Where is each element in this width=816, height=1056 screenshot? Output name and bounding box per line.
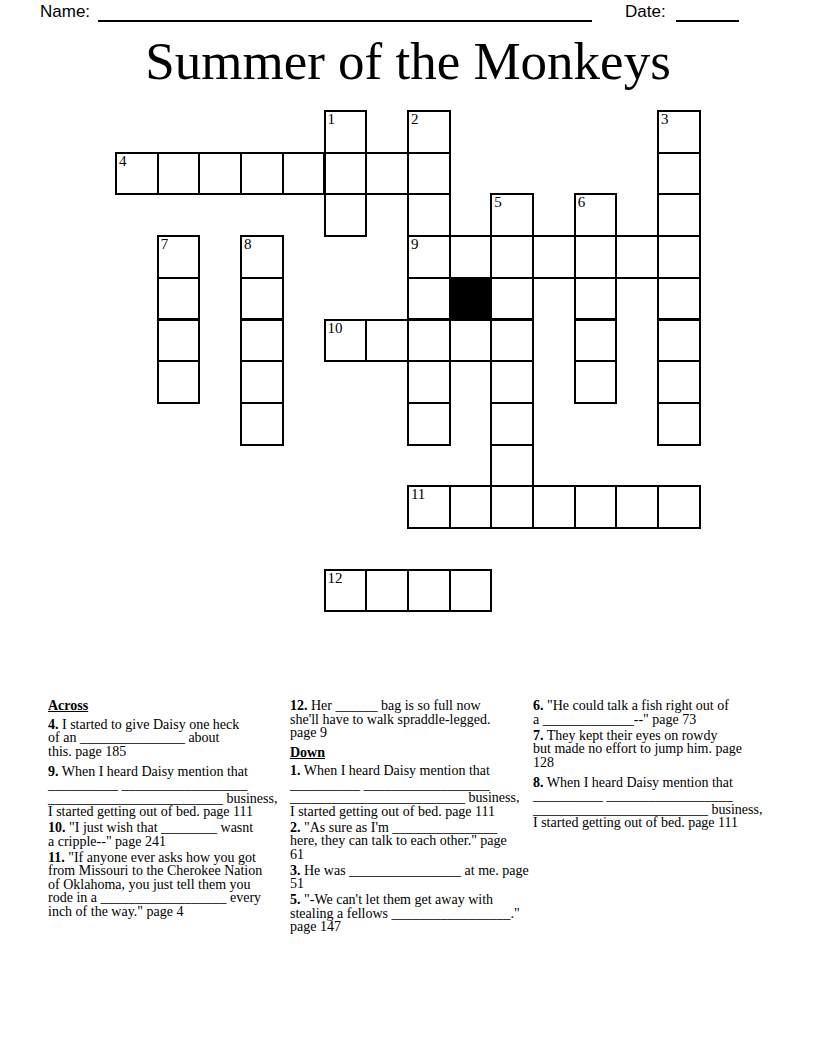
clue-line: 9. When I heard Daisy mention that xyxy=(48,765,288,779)
clue-1: 1. When I heard Daisy mention that______… xyxy=(290,764,534,818)
grid-cell[interactable] xyxy=(324,152,368,196)
clue-line: _________________________ business, xyxy=(48,792,288,806)
grid-cell[interactable] xyxy=(657,235,701,279)
grid-cell[interactable] xyxy=(615,235,659,279)
page-title: Summer of the Monkeys xyxy=(0,33,816,89)
grid-cell[interactable] xyxy=(574,235,618,279)
clue-2: 2. "As sure as I'm _______________here, … xyxy=(290,821,534,862)
clue-line: __________ __________________ xyxy=(533,789,773,803)
clue-number: 10 xyxy=(328,320,343,336)
clue-6: 6. "He could talk a fish right out ofa _… xyxy=(533,699,773,726)
clue-line: 12. Her ______ bag is so full now xyxy=(290,699,534,713)
grid-cell[interactable] xyxy=(532,485,576,529)
clue-line: a _____________--" page 73 xyxy=(533,713,773,727)
clue-line: 4. I started to give Daisy one heck xyxy=(48,718,288,732)
clue-line: stealing a fellows _________________." xyxy=(290,907,534,921)
grid-cell[interactable] xyxy=(657,152,701,196)
clue-line: a cripple--" page 241 xyxy=(48,835,288,849)
clue-line: _________________________ business, xyxy=(290,791,534,805)
clue-number: 8 xyxy=(244,236,252,252)
grid-cell[interactable]: 9 xyxy=(407,235,451,279)
clues-column-1: Across4. I started to give Daisy one hec… xyxy=(48,699,288,921)
grid-cell[interactable]: 11 xyxy=(407,485,451,529)
grid-cell[interactable] xyxy=(657,193,701,237)
grid-cell[interactable]: 4 xyxy=(115,152,159,196)
grid-cell[interactable] xyxy=(198,152,242,196)
grid-cell[interactable] xyxy=(657,485,701,529)
clue-line: of Oklahoma, you just tell them you xyxy=(48,878,288,892)
clue-line: here, they can talk to each other." page xyxy=(290,834,534,848)
clue-line: 11. "If anyone ever asks how you got xyxy=(48,851,288,865)
grid-cell[interactable] xyxy=(365,319,409,363)
clue-line: from Missouri to the Cherokee Nation xyxy=(48,864,288,878)
name-blank-line xyxy=(98,3,592,22)
clue-number: 5 xyxy=(494,194,502,210)
grid-cell[interactable]: 10 xyxy=(324,319,368,363)
clue-line: __________ __________________ xyxy=(48,778,288,792)
clue-number: 6 xyxy=(578,194,586,210)
down-header: Down xyxy=(290,746,534,760)
grid-cell[interactable] xyxy=(490,277,534,321)
grid-cell[interactable] xyxy=(657,402,701,446)
clues-column-3: 6. "He could talk a fish right out ofa _… xyxy=(533,699,773,832)
clue-line: inch of the way." page 4 xyxy=(48,905,288,919)
date-label: Date: xyxy=(625,3,666,21)
clue-7: 7. They kept their eyes on rowdybut made… xyxy=(533,729,773,770)
grid-cell[interactable] xyxy=(449,235,493,279)
grid-cell[interactable] xyxy=(282,152,326,196)
grid-cell[interactable] xyxy=(407,402,451,446)
clue-line: I started getting out of bed. page 111 xyxy=(48,805,288,819)
grid-cell[interactable] xyxy=(365,569,409,613)
grid-cell[interactable] xyxy=(407,277,451,321)
clue-line: 5. "-We can't let them get away with xyxy=(290,893,534,907)
grid-cell[interactable] xyxy=(449,569,493,613)
clue-number: 12 xyxy=(328,570,343,586)
clue-line: 2. "As sure as I'm _______________ xyxy=(290,821,534,835)
grid-cell[interactable] xyxy=(490,485,534,529)
clue-line: I started getting out of bed. page 111 xyxy=(533,816,773,830)
grid-cell[interactable] xyxy=(490,235,534,279)
clue-number: 2 xyxy=(411,111,419,127)
grid-cell[interactable] xyxy=(449,485,493,529)
clue-line: _________________________ business, xyxy=(533,803,773,817)
clue-line: __________ __________________ xyxy=(290,778,534,792)
clue-line: 8. When I heard Daisy mention that xyxy=(533,776,773,790)
grid-cell[interactable] xyxy=(157,360,201,404)
clue-line: but made no effort to jump him. page xyxy=(533,742,773,756)
grid-cell[interactable] xyxy=(407,360,451,404)
grid-cell[interactable] xyxy=(157,277,201,321)
grid-cell[interactable] xyxy=(490,444,534,488)
clue-5: 5. "-We can't let them get away withstea… xyxy=(290,893,534,934)
clue-line: 10. "I just wish that ________ wasnt xyxy=(48,821,288,835)
grid-cell[interactable]: 3 xyxy=(657,110,701,154)
worksheet-page: Name: Date: Summer of the Monkeys 123456… xyxy=(0,0,816,1056)
grid-cell[interactable] xyxy=(407,193,451,237)
grid-cell[interactable] xyxy=(490,360,534,404)
clue-9: 9. When I heard Daisy mention that______… xyxy=(48,765,288,819)
clue-number: 9 xyxy=(411,236,419,252)
clue-number: 11 xyxy=(411,486,425,502)
clue-line: 3. He was ________________ at me. page xyxy=(290,864,534,878)
clue-12: 12. Her ______ bag is so full nowshe'll … xyxy=(290,699,534,740)
clue-line: 1. When I heard Daisy mention that xyxy=(290,764,534,778)
grid-cell[interactable]: 6 xyxy=(574,193,618,237)
grid-cell[interactable] xyxy=(240,277,284,321)
clue-line: 51 xyxy=(290,877,534,891)
clue-line: 61 xyxy=(290,848,534,862)
grid-cell[interactable] xyxy=(657,277,701,321)
grid-cell[interactable] xyxy=(574,319,618,363)
clue-4: 4. I started to give Daisy one heckof an… xyxy=(48,718,288,759)
clue-line: of an _______________ about xyxy=(48,731,288,745)
grid-cell[interactable] xyxy=(157,152,201,196)
across-header: Across xyxy=(48,699,288,713)
clues-column-2: 12. Her ______ bag is so full nowshe'll … xyxy=(290,699,534,936)
grid-cell[interactable] xyxy=(240,402,284,446)
clue-line: this. page 185 xyxy=(48,745,288,759)
grid-cell[interactable] xyxy=(449,319,493,363)
grid-cell[interactable] xyxy=(574,485,618,529)
clue-11: 11. "If anyone ever asks how you gotfrom… xyxy=(48,851,288,919)
clue-line: she'll have to walk spraddle-legged. xyxy=(290,713,534,727)
clue-line: 128 xyxy=(533,756,773,770)
date-blank-line xyxy=(676,3,739,22)
clue-line: I started getting out of bed. page 111 xyxy=(290,805,534,819)
black-cell xyxy=(449,277,493,321)
clue-10: 10. "I just wish that ________ wasnta cr… xyxy=(48,821,288,848)
grid-cell[interactable] xyxy=(240,319,284,363)
clue-line: page 147 xyxy=(290,920,534,934)
grid-cell[interactable]: 12 xyxy=(324,569,368,613)
grid-cell[interactable] xyxy=(157,319,201,363)
grid-cell[interactable] xyxy=(490,319,534,363)
crossword-grid: 123456789101112 xyxy=(115,110,701,612)
grid-cell[interactable] xyxy=(240,152,284,196)
grid-cell[interactable]: 5 xyxy=(490,193,534,237)
grid-cell[interactable] xyxy=(407,569,451,613)
clue-number: 1 xyxy=(328,111,336,127)
grid-cell[interactable] xyxy=(615,485,659,529)
grid-cell[interactable]: 7 xyxy=(157,235,201,279)
grid-cell[interactable] xyxy=(240,360,284,404)
clue-3: 3. He was ________________ at me. page51 xyxy=(290,864,534,891)
grid-cell[interactable] xyxy=(407,319,451,363)
grid-cell[interactable] xyxy=(657,360,701,404)
grid-cell[interactable] xyxy=(574,277,618,321)
clue-line: rode in a __________________ every xyxy=(48,891,288,905)
clue-8: 8. When I heard Daisy mention that______… xyxy=(533,776,773,830)
clue-number: 4 xyxy=(119,153,127,169)
clue-line: page 9 xyxy=(290,726,534,740)
clue-number: 7 xyxy=(161,236,169,252)
name-label: Name: xyxy=(40,3,90,21)
grid-cell[interactable] xyxy=(324,193,368,237)
clue-line: 6. "He could talk a fish right out of xyxy=(533,699,773,713)
clue-line: 7. They kept their eyes on rowdy xyxy=(533,729,773,743)
grid-cell[interactable]: 8 xyxy=(240,235,284,279)
grid-cell[interactable]: 1 xyxy=(324,110,368,154)
grid-cell[interactable] xyxy=(490,402,534,446)
grid-cell[interactable] xyxy=(365,152,409,196)
grid-cell[interactable] xyxy=(407,152,451,196)
clue-number: 3 xyxy=(661,111,669,127)
grid-cell[interactable]: 2 xyxy=(407,110,451,154)
grid-cell[interactable] xyxy=(574,360,618,404)
grid-cell[interactable] xyxy=(657,319,701,363)
grid-cell[interactable] xyxy=(532,235,576,279)
